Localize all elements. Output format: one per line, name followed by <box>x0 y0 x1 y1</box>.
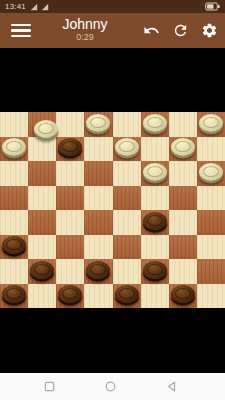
board-square-r4c4[interactable] <box>84 186 112 211</box>
checker-dark-piece[interactable] <box>143 212 167 230</box>
appbar-actions <box>143 22 225 39</box>
board-square-r5c4[interactable] <box>84 210 112 235</box>
board-square-r5c6[interactable] <box>141 210 169 235</box>
board-square-r1c2[interactable] <box>28 112 56 137</box>
board-square-r4c8[interactable] <box>197 186 225 211</box>
checker-dark-piece[interactable] <box>58 138 82 156</box>
board-square-r1c8[interactable] <box>197 112 225 137</box>
checker-light-piece[interactable] <box>115 138 139 156</box>
board-square-r7c5[interactable] <box>113 259 141 284</box>
board-square-r1c3[interactable] <box>56 112 84 137</box>
board-square-r7c3[interactable] <box>56 259 84 284</box>
android-nav-bar <box>0 373 225 400</box>
signal-icon <box>41 3 49 11</box>
board-square-r7c1[interactable] <box>0 259 28 284</box>
checker-dark-piece[interactable] <box>2 285 26 303</box>
board-square-r2c3[interactable] <box>56 137 84 162</box>
back-icon[interactable] <box>164 379 179 394</box>
player-title-block: Johnny 0:29 <box>52 16 118 43</box>
board-square-r3c2[interactable] <box>28 161 56 186</box>
board-square-r8c1[interactable] <box>0 284 28 309</box>
board-square-r4c2[interactable] <box>28 186 56 211</box>
checker-dark-piece[interactable] <box>143 261 167 279</box>
board-square-r3c3[interactable] <box>56 161 84 186</box>
checkers-board <box>0 112 225 308</box>
board-square-r7c7[interactable] <box>169 259 197 284</box>
restart-icon[interactable] <box>172 22 189 39</box>
board-square-r1c6[interactable] <box>141 112 169 137</box>
checker-light-piece[interactable] <box>2 138 26 156</box>
board-square-r2c4[interactable] <box>84 137 112 162</box>
board-square-r3c6[interactable] <box>141 161 169 186</box>
board-square-r7c4[interactable] <box>84 259 112 284</box>
checker-light-piece[interactable] <box>143 114 167 132</box>
board-square-r3c1[interactable] <box>0 161 28 186</box>
board-square-r1c4[interactable] <box>84 112 112 137</box>
checker-dark-piece[interactable] <box>2 236 26 254</box>
board-square-r5c7[interactable] <box>169 210 197 235</box>
board-square-r8c4[interactable] <box>84 284 112 309</box>
board-square-r3c7[interactable] <box>169 161 197 186</box>
checker-light-piece[interactable] <box>199 114 223 132</box>
board-square-r6c5[interactable] <box>113 235 141 260</box>
board-square-r5c5[interactable] <box>113 210 141 235</box>
board-square-r2c5[interactable] <box>113 137 141 162</box>
board-square-r8c6[interactable] <box>141 284 169 309</box>
board-square-r8c2[interactable] <box>28 284 56 309</box>
board-square-r6c3[interactable] <box>56 235 84 260</box>
board-square-r4c3[interactable] <box>56 186 84 211</box>
board-square-r5c3[interactable] <box>56 210 84 235</box>
checker-light-piece[interactable] <box>143 163 167 181</box>
board-square-r8c7[interactable] <box>169 284 197 309</box>
board-square-r5c1[interactable] <box>0 210 28 235</box>
board-square-r4c1[interactable] <box>0 186 28 211</box>
checker-dark-piece[interactable] <box>30 261 54 279</box>
clock-time: 13:41 <box>5 0 26 13</box>
signal-icon <box>30 3 38 11</box>
board-square-r7c8[interactable] <box>197 259 225 284</box>
battery-icon <box>205 2 220 11</box>
board-square-r6c8[interactable] <box>197 235 225 260</box>
home-icon[interactable] <box>103 379 118 394</box>
board-square-r4c6[interactable] <box>141 186 169 211</box>
board-square-r7c6[interactable] <box>141 259 169 284</box>
board-square-r4c7[interactable] <box>169 186 197 211</box>
phone-screen: 13:41 Johnny 0:29 <box>0 0 225 400</box>
board-square-r6c4[interactable] <box>84 235 112 260</box>
board-square-r2c8[interactable] <box>197 137 225 162</box>
settings-gear-icon[interactable] <box>201 22 218 39</box>
board-square-r5c8[interactable] <box>197 210 225 235</box>
board-square-r2c6[interactable] <box>141 137 169 162</box>
board-square-r8c8[interactable] <box>197 284 225 309</box>
board-square-r6c1[interactable] <box>0 235 28 260</box>
board-square-r6c2[interactable] <box>28 235 56 260</box>
board-square-r5c2[interactable] <box>28 210 56 235</box>
checker-dark-piece[interactable] <box>115 285 139 303</box>
board-square-r7c2[interactable] <box>28 259 56 284</box>
menu-icon[interactable] <box>11 21 33 41</box>
board-square-r3c4[interactable] <box>84 161 112 186</box>
board-square-r1c1[interactable] <box>0 112 28 137</box>
board-square-r2c7[interactable] <box>169 137 197 162</box>
board-square-r8c5[interactable] <box>113 284 141 309</box>
board-square-r8c3[interactable] <box>56 284 84 309</box>
app-bar: Johnny 0:29 <box>0 13 225 48</box>
checker-light-piece[interactable] <box>86 114 110 132</box>
board-square-r1c7[interactable] <box>169 112 197 137</box>
checker-dark-piece[interactable] <box>171 285 195 303</box>
checker-light-piece[interactable] <box>171 138 195 156</box>
status-bar: 13:41 <box>0 0 225 13</box>
signal-icons <box>30 3 49 11</box>
recents-icon[interactable] <box>42 379 57 394</box>
board-square-r2c1[interactable] <box>0 137 28 162</box>
checker-dark-piece[interactable] <box>58 285 82 303</box>
board-square-r2c2[interactable] <box>28 137 56 162</box>
board-square-r3c5[interactable] <box>113 161 141 186</box>
board-square-r3c8[interactable] <box>197 161 225 186</box>
undo-icon[interactable] <box>143 22 160 39</box>
board-square-r1c5[interactable] <box>113 112 141 137</box>
checker-light-piece[interactable] <box>34 120 58 138</box>
game-timer: 0:29 <box>52 32 118 43</box>
board-square-r4c5[interactable] <box>113 186 141 211</box>
board-square-r6c6[interactable] <box>141 235 169 260</box>
checker-light-piece[interactable] <box>199 163 223 181</box>
checker-dark-piece[interactable] <box>86 261 110 279</box>
board-square-r6c7[interactable] <box>169 235 197 260</box>
player-name: Johnny <box>52 16 118 32</box>
